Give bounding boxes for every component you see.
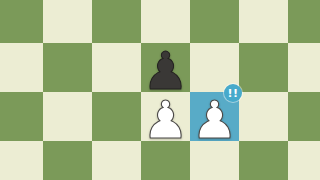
square-e6[interactable] [141, 0, 190, 43]
square-h4[interactable] [288, 92, 320, 141]
square-d3[interactable] [92, 141, 141, 180]
square-g5[interactable] [239, 43, 288, 92]
square-c3[interactable] [43, 141, 92, 180]
square-f3[interactable] [190, 141, 239, 180]
double-exclamation-icon: !! [227, 87, 238, 98]
square-b6[interactable] [0, 0, 43, 43]
white-pawn[interactable]: ♟ [142, 94, 189, 146]
square-d6[interactable] [92, 0, 141, 43]
square-g4[interactable] [239, 92, 288, 141]
chessboard-viewport: ♟♟♟ !! [0, 0, 320, 180]
square-g3[interactable] [239, 141, 288, 180]
square-g6[interactable] [239, 0, 288, 43]
square-h5[interactable] [288, 43, 320, 92]
square-c4[interactable] [43, 92, 92, 141]
square-b4[interactable] [0, 92, 43, 141]
square-b3[interactable] [0, 141, 43, 180]
brilliant-move-badge: !! [224, 84, 242, 102]
square-b5[interactable] [0, 43, 43, 92]
square-h3[interactable] [288, 141, 320, 180]
square-f6[interactable] [190, 0, 239, 43]
square-e3[interactable] [141, 141, 190, 180]
square-h6[interactable] [288, 0, 320, 43]
square-c5[interactable] [43, 43, 92, 92]
chess-board[interactable]: ♟♟♟ [0, 0, 320, 180]
square-e5[interactable]: ♟ [141, 43, 190, 92]
square-d5[interactable] [92, 43, 141, 92]
square-e4[interactable]: ♟ [141, 92, 190, 141]
square-d4[interactable] [92, 92, 141, 141]
square-c6[interactable] [43, 0, 92, 43]
